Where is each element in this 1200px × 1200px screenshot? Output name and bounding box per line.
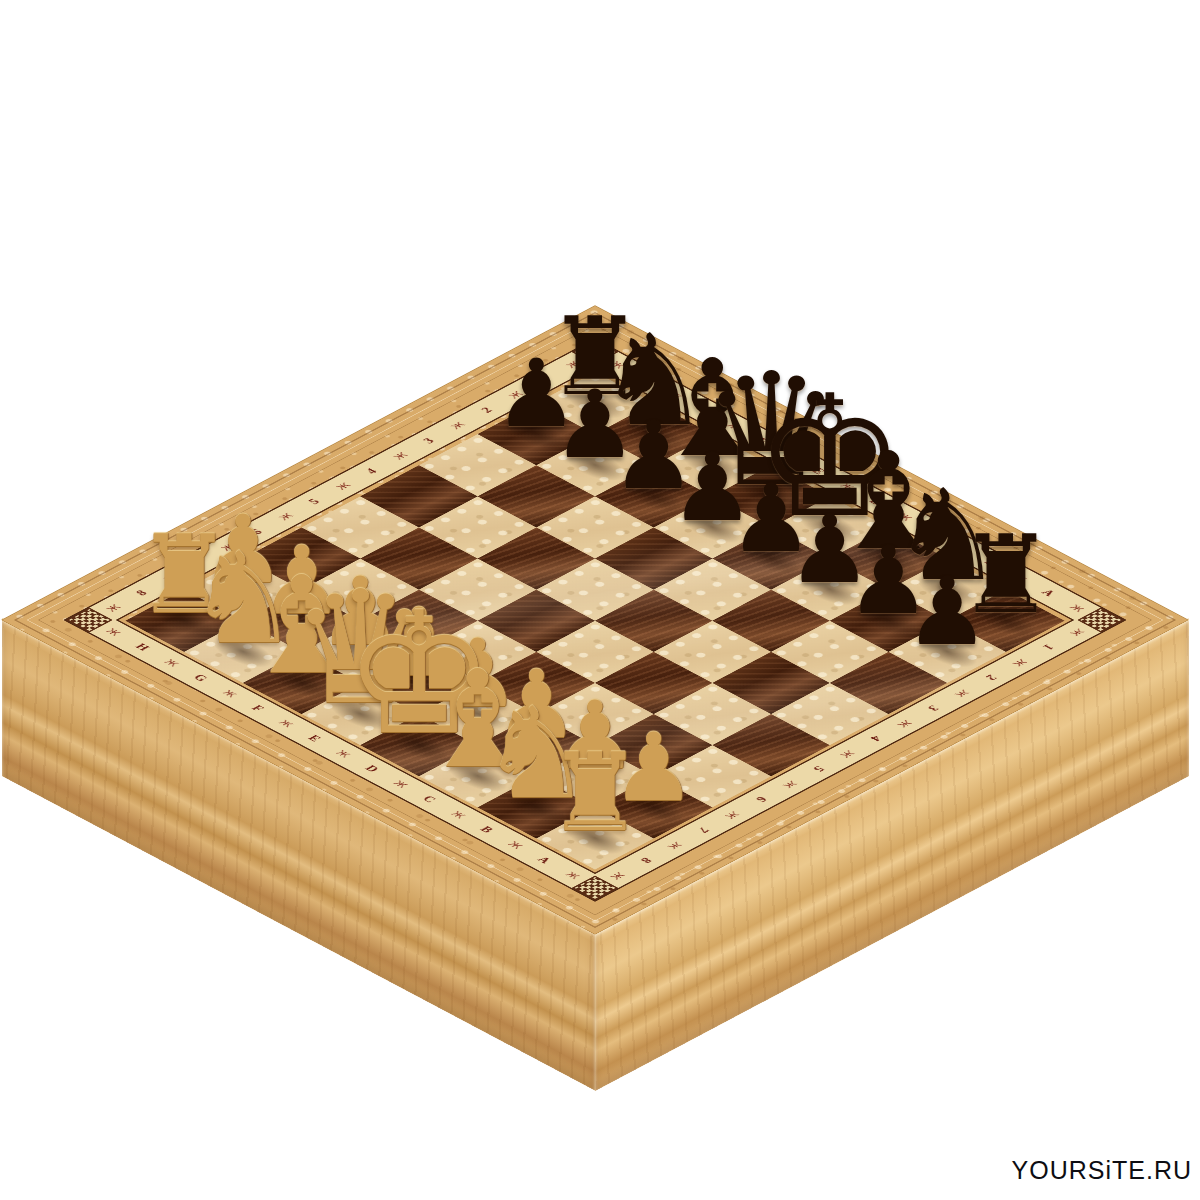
- piece-glyph: ♜: [547, 738, 644, 846]
- inlay-ornament: Ж: [334, 482, 351, 491]
- inlay-ornament: Ж: [782, 452, 799, 461]
- coordinate-label: 5: [306, 497, 322, 505]
- inlay-ornament: Ж: [277, 512, 294, 521]
- inlay-ornament: Ж: [896, 512, 913, 521]
- coordinate-label: G: [695, 406, 714, 416]
- coordinate-label: F: [753, 437, 770, 446]
- inlay-ornament: Ж: [449, 421, 466, 430]
- coordinate-label: H: [637, 375, 656, 385]
- inlay-ornament: Ж: [392, 451, 409, 460]
- product-photo-stage: ЖHЖGЖFЖEЖDЖCЖBЖAЖ ЖHЖGЖFЖEЖDЖCЖBЖAЖ Ж1Ж2…: [0, 0, 1200, 1200]
- piece-glyph: ♟: [905, 565, 989, 659]
- coordinate-label: 1: [536, 376, 552, 384]
- coordinate-label: 3: [421, 437, 437, 445]
- watermark-text: YOURSiTE.RU: [1012, 1156, 1192, 1185]
- coordinate-label: E: [810, 467, 828, 476]
- inlay-ornament: Ж: [725, 422, 742, 431]
- coordinate-label: 4: [364, 467, 380, 475]
- inlay-ornament: Ж: [507, 391, 524, 400]
- coordinate-label: D: [867, 497, 885, 507]
- inlay-ornament: Ж: [839, 482, 856, 491]
- inlay-ornament: Ж: [667, 391, 684, 400]
- coordinate-label: 2: [479, 406, 495, 414]
